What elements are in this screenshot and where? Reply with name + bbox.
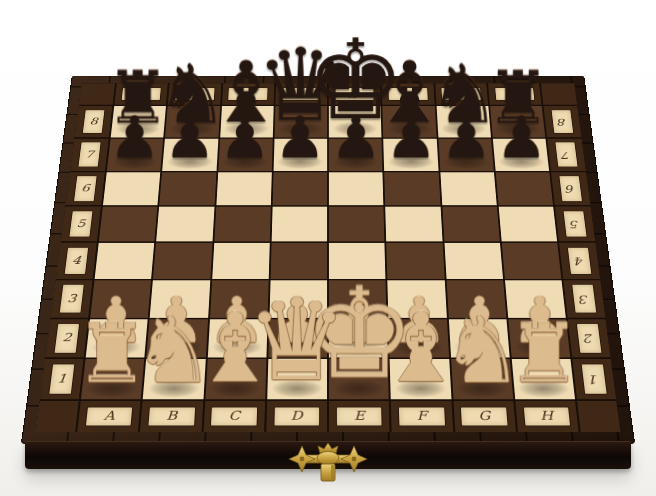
- piece-white-queen-d1[interactable]: ♛: [246, 286, 348, 394]
- square-b5[interactable]: [156, 207, 214, 242]
- piece-white-knight-b1[interactable]: ♞: [132, 306, 214, 393]
- file-label-e-bottom: E: [337, 408, 382, 425]
- square-b6[interactable]: [159, 172, 216, 205]
- rank-label-6-left-text: 6: [81, 184, 91, 194]
- file-label-h-top-text: H: [509, 90, 521, 99]
- rank-label-7-right-text: 7: [562, 150, 571, 160]
- file-label-g-bottom-cell: G: [453, 401, 516, 432]
- rank-label-4-left-text: 4: [71, 255, 81, 266]
- rank-label-6-right-cell: 6: [551, 172, 591, 205]
- square-d7[interactable]: ♟: [273, 138, 327, 170]
- square-h5[interactable]: [498, 207, 557, 242]
- file-label-d-bottom: D: [274, 408, 319, 425]
- rank-label-7-left-text: 7: [85, 150, 94, 160]
- square-e7[interactable]: ♟: [329, 138, 383, 170]
- square-f5[interactable]: [385, 207, 442, 242]
- rank-label-1-left: 1: [49, 364, 74, 394]
- frame-corner-bottom-left: [35, 401, 78, 432]
- rank-label-1-left-text: 1: [56, 373, 67, 385]
- file-label-b-bottom-text: B: [166, 410, 178, 422]
- square-a5[interactable]: [99, 207, 158, 242]
- rank-label-8-right: 8: [551, 110, 573, 133]
- file-label-a-top-text: A: [136, 90, 146, 99]
- file-label-d-bottom-cell: D: [266, 401, 327, 432]
- clasp-knob: [317, 452, 339, 465]
- file-label-a-bottom-cell: A: [77, 401, 141, 432]
- rank-label-2-right-text: 2: [584, 332, 595, 343]
- file-label-d-bottom-text: D: [291, 410, 303, 422]
- rank-label-6-left-cell: 6: [65, 172, 105, 205]
- file-label-e-bottom-text: E: [354, 410, 365, 422]
- square-h6[interactable]: [495, 172, 553, 205]
- rank-label-8-left: 8: [83, 110, 105, 133]
- file-label-f-bottom-text: F: [416, 410, 427, 422]
- rank-label-8-left-text: 8: [89, 117, 98, 126]
- rank-label-7-right: 7: [555, 143, 577, 167]
- square-b4[interactable]: [153, 243, 212, 279]
- rank-label-5-right-text: 5: [570, 219, 580, 229]
- file-label-h-bottom-cell: H: [515, 401, 579, 432]
- square-d1[interactable]: ♛: [267, 359, 327, 399]
- chess-set-photo: ABCDEFGH8♜♞♝♛♚♝♞♜87♟♟♟♟♟♟♟♟7665544332♟♟♟…: [0, 0, 656, 496]
- piece-black-pawn-f7[interactable]: ♟: [385, 111, 437, 166]
- file-label-b-bottom: B: [149, 408, 195, 425]
- square-a4[interactable]: [95, 243, 155, 279]
- file-label-b-top-text: B: [190, 90, 200, 99]
- square-f6[interactable]: [384, 172, 440, 205]
- file-label-e-bottom-cell: E: [329, 401, 390, 432]
- square-a6[interactable]: [103, 172, 161, 205]
- square-c5[interactable]: [214, 207, 271, 242]
- file-label-h-bottom-text: H: [540, 410, 554, 422]
- file-label-c-bottom: C: [211, 408, 257, 425]
- file-label-c-bottom-cell: C: [203, 401, 265, 432]
- rank-label-6-left: 6: [74, 176, 97, 201]
- rank-label-5-right-cell: 5: [555, 207, 595, 242]
- rank-label-7-left: 7: [78, 143, 100, 167]
- file-label-h-bottom: H: [524, 408, 571, 425]
- rank-label-4-right: 4: [568, 247, 592, 274]
- square-h4[interactable]: [502, 243, 562, 279]
- file-label-g-bottom-text: G: [478, 410, 491, 422]
- rank-label-4-right-text: 4: [574, 255, 584, 266]
- file-label-f-bottom: F: [399, 408, 445, 425]
- clasp-right-screw: [352, 457, 357, 462]
- file-label-g-top-text: G: [456, 90, 467, 99]
- rank-label-7-left-cell: 7: [70, 138, 109, 170]
- file-label-b-bottom-cell: B: [140, 401, 203, 432]
- square-a7[interactable]: ♟: [107, 138, 164, 170]
- rank-label-5-left-text: 5: [76, 219, 86, 229]
- piece-black-pawn-h7[interactable]: ♟: [496, 111, 548, 166]
- file-label-c-bottom-text: C: [228, 410, 240, 422]
- square-g4[interactable]: [444, 243, 503, 279]
- rank-label-1-right-text: 1: [589, 373, 600, 385]
- file-label-d-top-text: D: [296, 90, 306, 99]
- square-c6[interactable]: [216, 172, 272, 205]
- piece-black-pawn-g7[interactable]: ♟: [441, 111, 493, 166]
- file-label-f-top-text: F: [403, 90, 412, 99]
- rank-label-5-left-cell: 5: [61, 207, 101, 242]
- square-g7[interactable]: ♟: [438, 138, 494, 170]
- rank-label-3-left-text: 3: [67, 293, 77, 304]
- rank-label-7-right-cell: 7: [547, 138, 586, 170]
- rank-label-4-right-cell: 4: [559, 243, 600, 279]
- piece-black-pawn-d7[interactable]: ♟: [274, 111, 326, 166]
- rank-label-1-right: 1: [581, 364, 606, 394]
- square-g6[interactable]: [440, 172, 497, 205]
- rank-label-2-left-text: 2: [62, 332, 73, 343]
- piece-white-knight-g1[interactable]: ♞: [441, 306, 523, 393]
- file-label-c-top-text: C: [243, 90, 253, 99]
- rank-label-3-right-text: 3: [579, 293, 589, 304]
- square-e6[interactable]: [329, 172, 384, 205]
- square-f7[interactable]: ♟: [383, 138, 438, 170]
- rank-label-6-right: 6: [559, 176, 582, 201]
- rank-label-6-right-text: 6: [566, 184, 576, 194]
- square-g5[interactable]: [442, 207, 500, 242]
- piece-black-pawn-c7[interactable]: ♟: [219, 111, 271, 166]
- rank-label-4-left-cell: 4: [56, 243, 97, 279]
- square-e5[interactable]: [329, 207, 385, 242]
- board-grid: ABCDEFGH8♜♞♝♛♚♝♞♜87♟♟♟♟♟♟♟♟7665544332♟♟♟…: [35, 83, 620, 432]
- chess-board: ABCDEFGH8♜♞♝♛♚♝♞♜87♟♟♟♟♟♟♟♟7665544332♟♟♟…: [22, 76, 634, 443]
- clasp-hook-shade: [331, 465, 335, 480]
- square-c7[interactable]: ♟: [218, 138, 273, 170]
- file-label-a-bottom-text: A: [103, 410, 115, 422]
- file-label-f-bottom-cell: F: [391, 401, 453, 432]
- clasp-latch: [280, 443, 376, 496]
- file-label-a-bottom: A: [86, 408, 133, 425]
- rank-label-5-left: 5: [69, 211, 92, 237]
- square-g1[interactable]: ♞: [451, 359, 513, 399]
- frame-corner-bottom-right: [577, 401, 620, 432]
- rank-label-8-right-text: 8: [558, 117, 567, 126]
- square-h7[interactable]: ♟: [493, 138, 550, 170]
- square-b1[interactable]: ♞: [143, 359, 205, 399]
- rank-label-5-right: 5: [563, 211, 586, 237]
- piece-black-pawn-a7[interactable]: ♟: [108, 111, 160, 166]
- file-label-e-top-text: E: [350, 90, 359, 99]
- piece-black-pawn-b7[interactable]: ♟: [164, 111, 216, 166]
- file-label-g-bottom: G: [461, 408, 507, 425]
- rank-label-4-left: 4: [65, 247, 89, 274]
- piece-black-pawn-e7[interactable]: ♟: [330, 111, 382, 166]
- square-d6[interactable]: [272, 172, 327, 205]
- square-b7[interactable]: ♟: [162, 138, 218, 170]
- square-d5[interactable]: [271, 207, 327, 242]
- clasp-left-screw: [300, 457, 305, 462]
